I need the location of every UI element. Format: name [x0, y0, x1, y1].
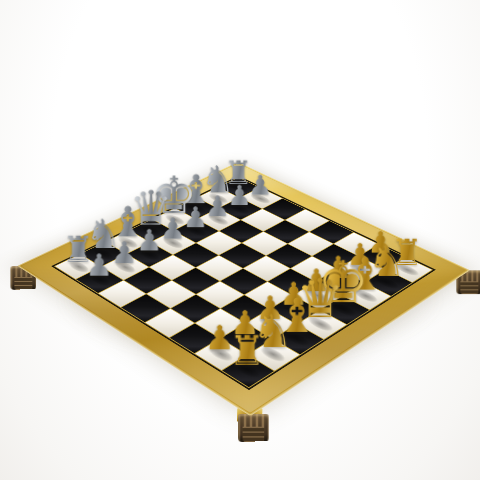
gold-rook-glyph: ♜ [202, 332, 293, 370]
corner-foot-front-sprite [238, 414, 269, 443]
product-photo-background: ♜♟♟♜♞♟♟♞♝♟♟♝♚♟♟♚♛♟♟♛♝♟♟♝♞♟♟♞♜♟♟♜ [0, 0, 480, 480]
silver-pawn-glyph: ♟ [59, 251, 140, 279]
scene: ♜♟♟♜♞♟♟♞♝♟♟♝♚♟♟♚♛♟♟♛♝♟♟♝♞♟♟♞♜♟♟♜ [0, 0, 480, 480]
chessboard: ♜♟♟♜♞♟♟♞♝♟♟♝♚♟♟♚♛♟♟♛♝♟♟♝♞♟♟♞♜♟♟♜ [17, 162, 470, 416]
